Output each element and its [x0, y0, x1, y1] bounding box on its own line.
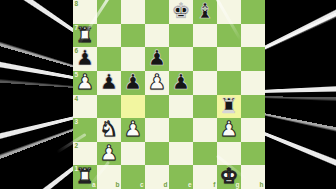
square-b8[interactable] — [97, 0, 121, 24]
square-h5[interactable] — [241, 71, 265, 95]
square-g5[interactable] — [217, 71, 241, 95]
chess-board: 8♚♝7♜6♟♟5♟♟♟♟♟4♜3♞♟♟2♟1a♜bcdefg♚h — [73, 0, 265, 189]
speed-lines-background: 8♚♝7♜6♟♟5♟♟♟♟♟4♜3♞♟♟2♟1a♜bcdefg♚h — [0, 0, 336, 189]
square-f8[interactable]: ♝ — [193, 0, 217, 24]
white-pawn-b2[interactable]: ♟ — [97, 142, 121, 166]
square-g2[interactable] — [217, 142, 241, 166]
white-pawn-c3[interactable]: ♟ — [121, 118, 145, 142]
square-f3[interactable] — [193, 118, 217, 142]
square-g4[interactable]: ♜ — [217, 95, 241, 119]
white-knight-b3[interactable]: ♞ — [97, 118, 121, 142]
square-f1[interactable]: f — [193, 165, 217, 189]
square-f7[interactable] — [193, 24, 217, 48]
square-a4[interactable]: 4 — [73, 95, 97, 119]
square-h8[interactable] — [241, 0, 265, 24]
black-pawn-c5[interactable]: ♟ — [121, 71, 145, 95]
square-b6[interactable] — [97, 47, 121, 71]
square-h7[interactable] — [241, 24, 265, 48]
square-d4[interactable] — [145, 95, 169, 119]
square-b2[interactable]: ♟ — [97, 142, 121, 166]
square-a2[interactable]: 2 — [73, 142, 97, 166]
square-c4[interactable] — [121, 95, 145, 119]
square-c1[interactable]: c — [121, 165, 145, 189]
square-c5[interactable]: ♟ — [121, 71, 145, 95]
square-d5[interactable]: ♟ — [145, 71, 169, 95]
square-a7[interactable]: 7♜ — [73, 24, 97, 48]
square-g3[interactable]: ♟ — [217, 118, 241, 142]
square-e8[interactable]: ♚ — [169, 0, 193, 24]
square-h3[interactable] — [241, 118, 265, 142]
square-e4[interactable] — [169, 95, 193, 119]
square-d6[interactable]: ♟ — [145, 47, 169, 71]
square-a8[interactable]: 8 — [73, 0, 97, 24]
square-a3[interactable]: 3 — [73, 118, 97, 142]
square-d1[interactable]: d — [145, 165, 169, 189]
black-king-e8[interactable]: ♚ — [169, 0, 193, 24]
square-e2[interactable] — [169, 142, 193, 166]
square-c2[interactable] — [121, 142, 145, 166]
square-d7[interactable] — [145, 24, 169, 48]
square-f4[interactable] — [193, 95, 217, 119]
square-h4[interactable] — [241, 95, 265, 119]
square-h2[interactable] — [241, 142, 265, 166]
white-pawn-g3[interactable]: ♟ — [217, 118, 241, 142]
black-pawn-d6[interactable]: ♟ — [145, 47, 169, 71]
file-label-f: f — [213, 182, 215, 189]
square-b5[interactable]: ♟ — [97, 71, 121, 95]
square-b3[interactable]: ♞ — [97, 118, 121, 142]
square-f5[interactable] — [193, 71, 217, 95]
square-c6[interactable] — [121, 47, 145, 71]
file-label-b: b — [116, 182, 120, 189]
square-c8[interactable] — [121, 0, 145, 24]
rank-label-4: 4 — [75, 96, 79, 103]
square-a1[interactable]: 1a♜ — [73, 165, 97, 189]
square-e1[interactable]: e — [169, 165, 193, 189]
rank-label-8: 8 — [75, 1, 79, 8]
black-pawn-b5[interactable]: ♟ — [97, 71, 121, 95]
square-d3[interactable] — [145, 118, 169, 142]
black-rook-g4[interactable]: ♜ — [217, 95, 241, 119]
square-b7[interactable] — [97, 24, 121, 48]
rank-label-1: 1 — [75, 166, 79, 173]
square-h1[interactable]: h — [241, 165, 265, 189]
rank-label-2: 2 — [75, 143, 79, 150]
square-e5[interactable]: ♟ — [169, 71, 193, 95]
square-e3[interactable] — [169, 118, 193, 142]
file-label-g: g — [236, 182, 240, 189]
rank-label-3: 3 — [75, 119, 79, 126]
file-label-e: e — [188, 182, 192, 189]
square-b4[interactable] — [97, 95, 121, 119]
square-a5[interactable]: 5♟ — [73, 71, 97, 95]
square-c3[interactable]: ♟ — [121, 118, 145, 142]
white-pawn-d5[interactable]: ♟ — [145, 71, 169, 95]
file-label-c: c — [140, 182, 144, 189]
black-bishop-f8[interactable]: ♝ — [193, 0, 217, 24]
square-b1[interactable]: b — [97, 165, 121, 189]
square-h6[interactable] — [241, 47, 265, 71]
square-e6[interactable] — [169, 47, 193, 71]
rank-label-5: 5 — [75, 72, 79, 79]
rank-label-6: 6 — [75, 48, 79, 55]
square-f2[interactable] — [193, 142, 217, 166]
square-g6[interactable] — [217, 47, 241, 71]
square-g8[interactable] — [217, 0, 241, 24]
file-label-a: a — [92, 182, 96, 189]
rank-label-7: 7 — [75, 25, 79, 32]
square-d2[interactable] — [145, 142, 169, 166]
square-d8[interactable] — [145, 0, 169, 24]
square-c7[interactable] — [121, 24, 145, 48]
square-f6[interactable] — [193, 47, 217, 71]
square-e7[interactable] — [169, 24, 193, 48]
square-a6[interactable]: 6♟ — [73, 47, 97, 71]
square-g7[interactable] — [217, 24, 241, 48]
file-label-h: h — [260, 182, 264, 189]
file-label-d: d — [164, 182, 168, 189]
square-g1[interactable]: g♚ — [217, 165, 241, 189]
black-pawn-e5[interactable]: ♟ — [169, 71, 193, 95]
